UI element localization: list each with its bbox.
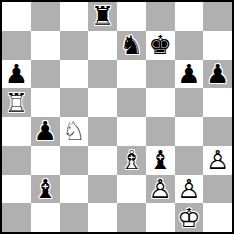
square-b3[interactable] bbox=[31, 146, 60, 175]
square-b1[interactable] bbox=[31, 203, 60, 232]
square-g4[interactable] bbox=[175, 117, 204, 146]
square-a8[interactable] bbox=[2, 2, 31, 31]
black-bishop-b2: ♝ bbox=[31, 175, 59, 203]
piece-outline: ♘ bbox=[60, 117, 88, 145]
square-e4[interactable] bbox=[117, 117, 146, 146]
square-e2[interactable] bbox=[117, 175, 146, 204]
square-a5[interactable]: ♜♖ bbox=[2, 88, 31, 117]
square-g7[interactable] bbox=[175, 31, 204, 60]
piece-outline: ♖ bbox=[2, 89, 30, 117]
square-e3[interactable]: ♝♗ bbox=[117, 146, 146, 175]
black-knight-e7: ♞ bbox=[117, 31, 145, 59]
black-pawn-g6: ♟ bbox=[175, 60, 203, 88]
square-c6[interactable] bbox=[60, 60, 89, 89]
square-c7[interactable] bbox=[60, 31, 89, 60]
square-g6[interactable]: ♟ bbox=[175, 60, 204, 89]
square-e6[interactable] bbox=[117, 60, 146, 89]
square-h8[interactable] bbox=[203, 2, 232, 31]
square-b8[interactable] bbox=[31, 2, 60, 31]
square-c8[interactable] bbox=[60, 2, 89, 31]
square-b2[interactable]: ♝ bbox=[31, 175, 60, 204]
square-a2[interactable] bbox=[2, 175, 31, 204]
square-h5[interactable] bbox=[203, 88, 232, 117]
square-h1[interactable] bbox=[203, 203, 232, 232]
square-e8[interactable] bbox=[117, 2, 146, 31]
white-king-g1: ♚♔ bbox=[175, 204, 203, 232]
black-pawn-b4: ♟ bbox=[31, 117, 59, 145]
square-b4[interactable]: ♟ bbox=[31, 117, 60, 146]
square-c2[interactable] bbox=[60, 175, 89, 204]
square-a6[interactable]: ♟ bbox=[2, 60, 31, 89]
square-f3[interactable]: ♝ bbox=[146, 146, 175, 175]
square-f7[interactable]: ♚ bbox=[146, 31, 175, 60]
square-b7[interactable] bbox=[31, 31, 60, 60]
square-d8[interactable]: ♜ bbox=[88, 2, 117, 31]
square-h3[interactable]: ♟♙ bbox=[203, 146, 232, 175]
piece-outline: ♙ bbox=[204, 146, 232, 174]
square-a7[interactable] bbox=[2, 31, 31, 60]
square-e1[interactable] bbox=[117, 203, 146, 232]
square-h7[interactable] bbox=[203, 31, 232, 60]
black-pawn-a6: ♟ bbox=[2, 60, 30, 88]
white-bishop-e3: ♝♗ bbox=[117, 146, 145, 174]
black-rook-d8: ♜ bbox=[89, 2, 117, 30]
piece-outline: ♙ bbox=[175, 175, 203, 203]
square-c1[interactable] bbox=[60, 203, 89, 232]
square-b6[interactable] bbox=[31, 60, 60, 89]
square-g1[interactable]: ♚♔ bbox=[175, 203, 204, 232]
piece-outline: ♙ bbox=[146, 175, 174, 203]
piece-outline: ♗ bbox=[117, 146, 145, 174]
square-c4[interactable]: ♞♘ bbox=[60, 117, 89, 146]
square-h6[interactable]: ♟ bbox=[203, 60, 232, 89]
white-knight-c4: ♞♘ bbox=[60, 117, 88, 145]
square-h2[interactable] bbox=[203, 175, 232, 204]
white-pawn-h3: ♟♙ bbox=[204, 146, 232, 174]
square-g3[interactable] bbox=[175, 146, 204, 175]
square-f6[interactable] bbox=[146, 60, 175, 89]
square-b5[interactable] bbox=[31, 88, 60, 117]
square-f4[interactable] bbox=[146, 117, 175, 146]
square-h4[interactable] bbox=[203, 117, 232, 146]
square-c5[interactable] bbox=[60, 88, 89, 117]
square-e5[interactable] bbox=[117, 88, 146, 117]
square-d1[interactable] bbox=[88, 203, 117, 232]
square-g8[interactable] bbox=[175, 2, 204, 31]
white-pawn-g2: ♟♙ bbox=[175, 175, 203, 203]
piece-outline: ♔ bbox=[175, 204, 203, 232]
square-a4[interactable] bbox=[2, 117, 31, 146]
square-d4[interactable] bbox=[88, 117, 117, 146]
chess-board: ♜♞♚♟♟♟♜♖♟♞♘♝♗♝♟♙♝♟♙♟♙♚♔ bbox=[0, 0, 234, 234]
square-d3[interactable] bbox=[88, 146, 117, 175]
square-f2[interactable]: ♟♙ bbox=[146, 175, 175, 204]
square-f8[interactable] bbox=[146, 2, 175, 31]
square-d5[interactable] bbox=[88, 88, 117, 117]
square-d6[interactable] bbox=[88, 60, 117, 89]
black-pawn-h6: ♟ bbox=[204, 60, 232, 88]
black-bishop-f3: ♝ bbox=[146, 146, 174, 174]
square-g2[interactable]: ♟♙ bbox=[175, 175, 204, 204]
white-pawn-f2: ♟♙ bbox=[146, 175, 174, 203]
white-rook-a5: ♜♖ bbox=[2, 89, 30, 117]
square-f1[interactable] bbox=[146, 203, 175, 232]
square-d2[interactable] bbox=[88, 175, 117, 204]
square-c3[interactable] bbox=[60, 146, 89, 175]
square-a1[interactable] bbox=[2, 203, 31, 232]
square-e7[interactable]: ♞ bbox=[117, 31, 146, 60]
square-g5[interactable] bbox=[175, 88, 204, 117]
square-d7[interactable] bbox=[88, 31, 117, 60]
square-f5[interactable] bbox=[146, 88, 175, 117]
black-king-f7: ♚ bbox=[146, 31, 174, 59]
square-a3[interactable] bbox=[2, 146, 31, 175]
